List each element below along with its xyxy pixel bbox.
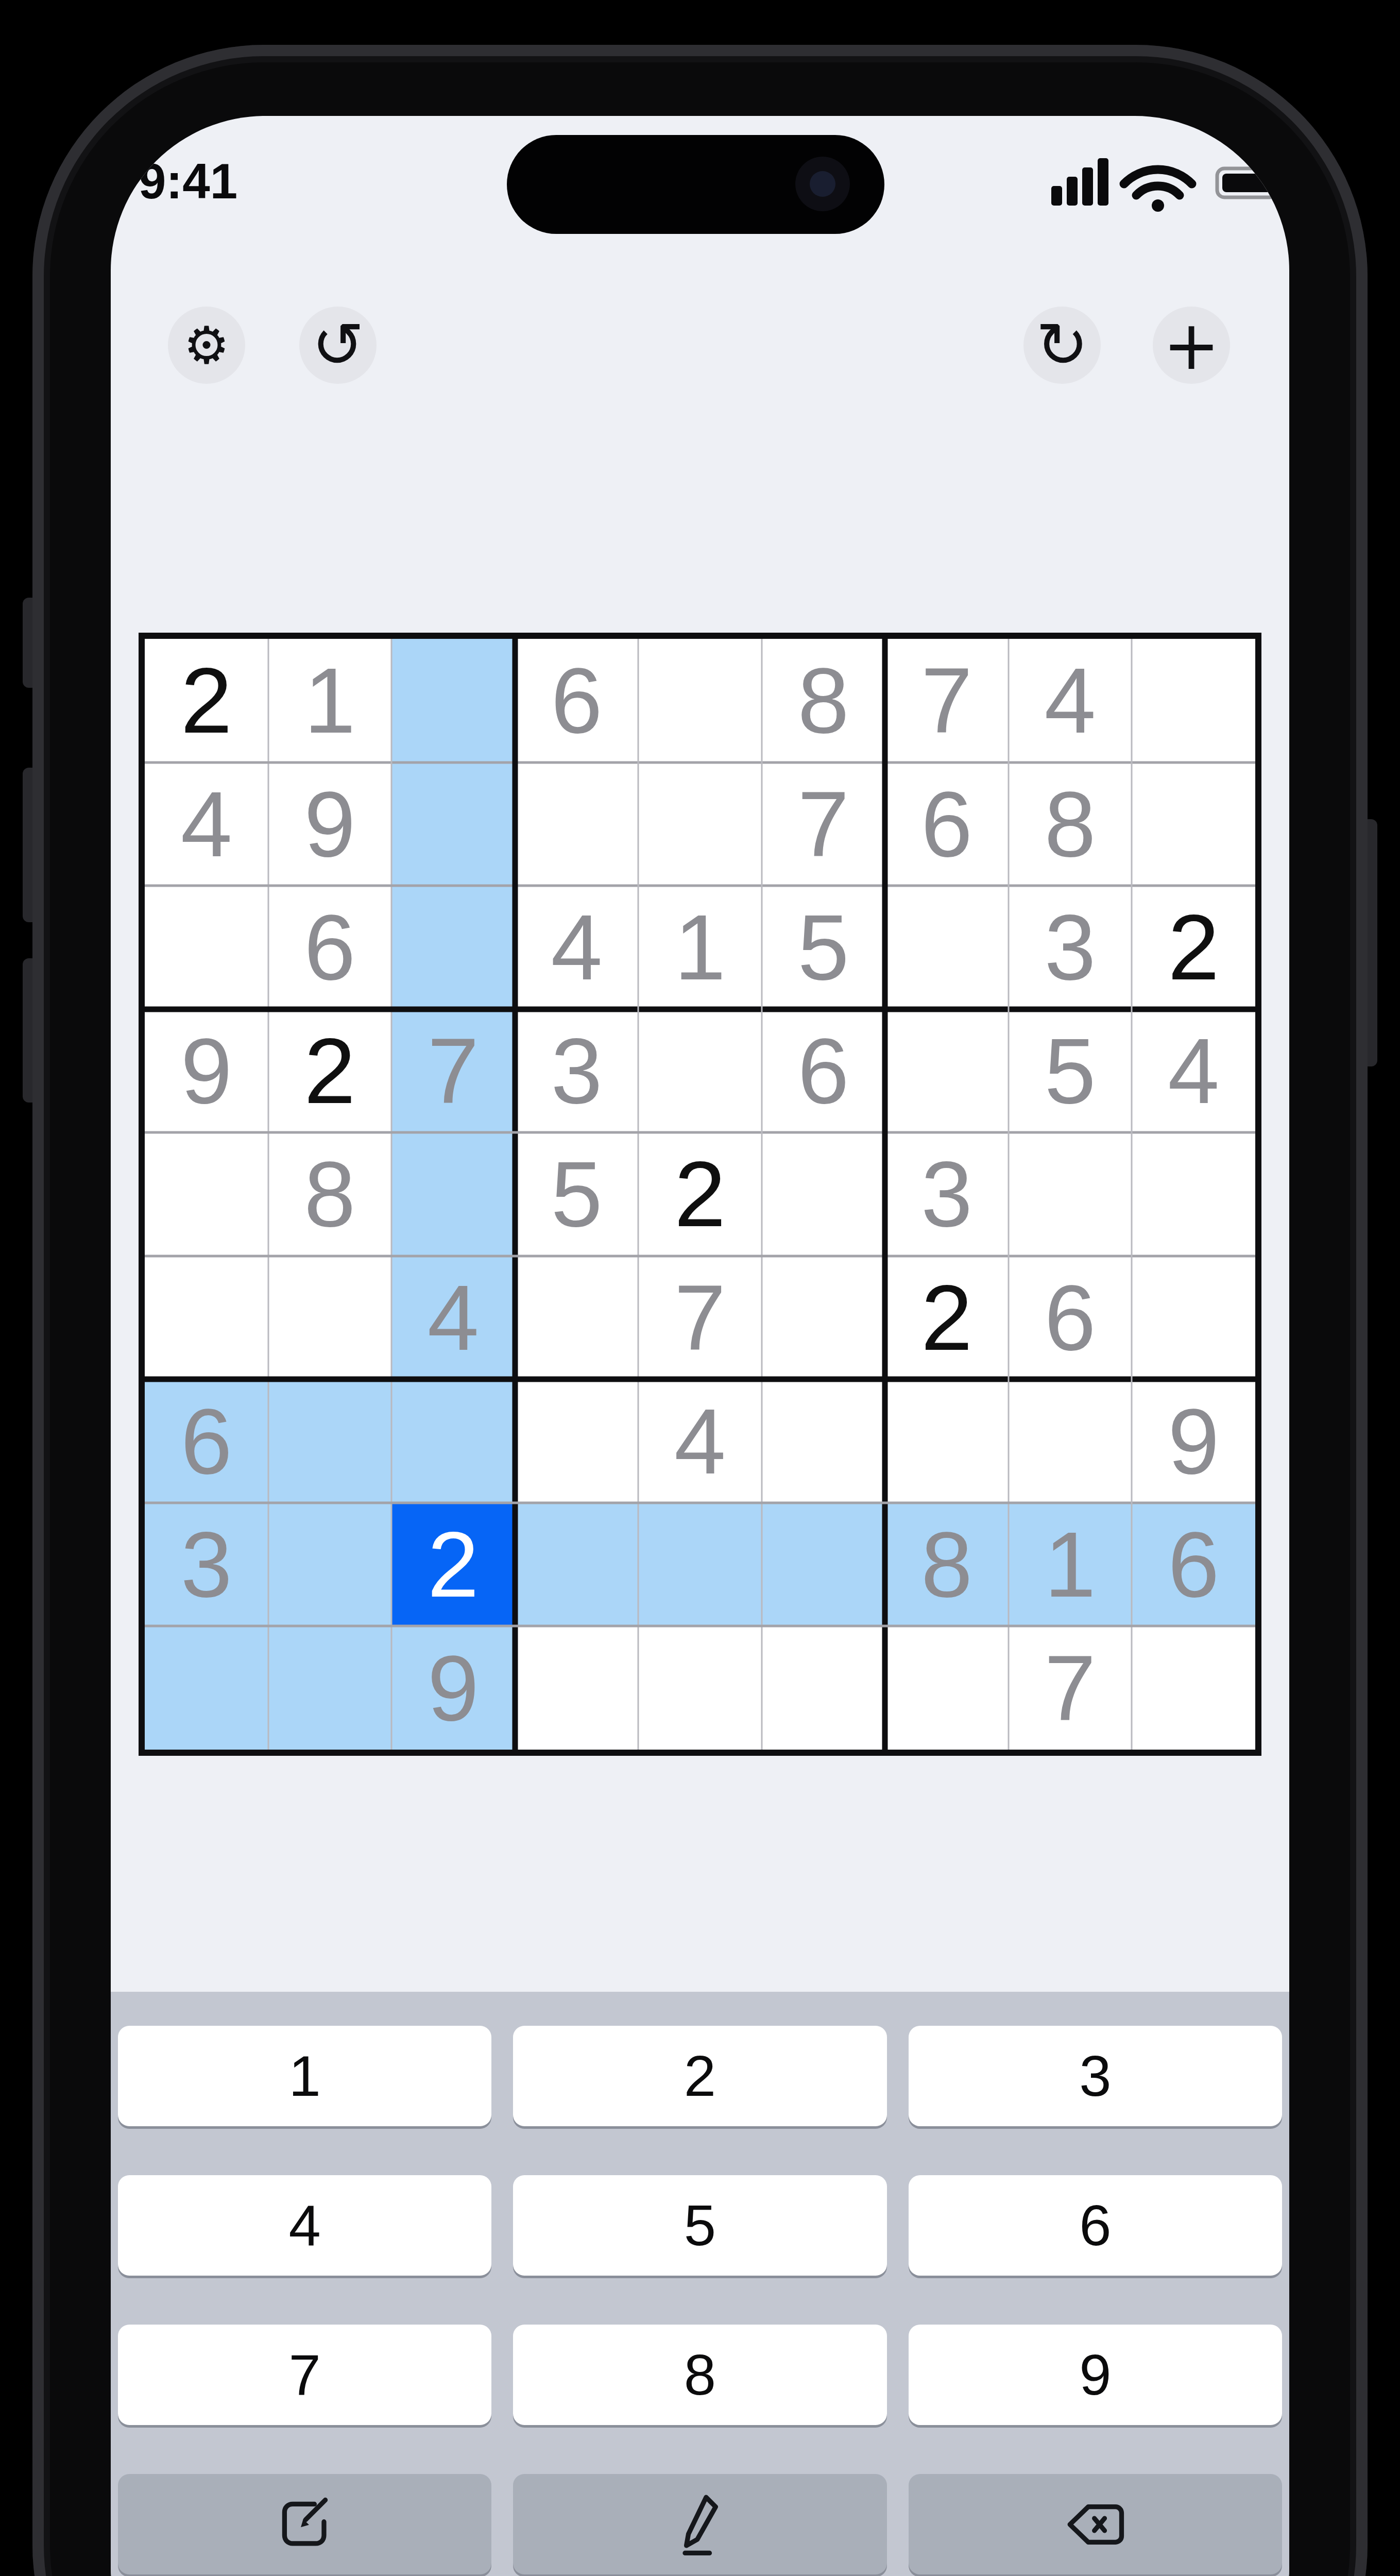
- cell-r7c3[interactable]: [391, 1379, 515, 1503]
- cell-r3c5[interactable]: 1: [638, 886, 762, 1009]
- cell-r2c7[interactable]: 6: [885, 762, 1009, 886]
- cell-r2c6[interactable]: 7: [762, 762, 885, 886]
- square-and-pencil-icon: [271, 2490, 339, 2558]
- cell-r7c1[interactable]: 6: [145, 1379, 268, 1503]
- cell-r4c4[interactable]: 3: [515, 1009, 639, 1133]
- key-9[interactable]: 9: [909, 2325, 1282, 2425]
- cell-r8c6[interactable]: [762, 1503, 885, 1626]
- keypad: 123456789: [111, 1992, 1289, 2576]
- settings-button[interactable]: ⚙︎: [168, 307, 245, 384]
- cell-r8c7[interactable]: 8: [885, 1503, 1009, 1626]
- cell-r8c5[interactable]: [638, 1503, 762, 1626]
- cell-r6c8[interactable]: 6: [1009, 1256, 1132, 1380]
- new-game-button[interactable]: +: [1153, 307, 1230, 384]
- cell-r4c1[interactable]: 9: [145, 1009, 268, 1133]
- cell-r5c8[interactable]: [1009, 1132, 1132, 1256]
- cell-r5c4[interactable]: 5: [515, 1132, 639, 1256]
- cell-r9c7[interactable]: [885, 1626, 1009, 1750]
- cell-r7c7[interactable]: [885, 1379, 1009, 1503]
- pencil-line-icon: [666, 2490, 734, 2558]
- cell-r7c9[interactable]: 9: [1132, 1379, 1255, 1503]
- screen: 9:41: [111, 116, 1289, 2576]
- cell-r5c1[interactable]: [145, 1132, 268, 1256]
- key-4[interactable]: 4: [118, 2175, 491, 2276]
- cell-r6c9[interactable]: [1132, 1256, 1255, 1380]
- cell-r9c6[interactable]: [762, 1626, 885, 1750]
- cell-r2c5[interactable]: [638, 762, 762, 886]
- cell-r1c4[interactable]: 6: [515, 639, 639, 762]
- cell-r3c3[interactable]: [391, 886, 515, 1009]
- cell-r8c8[interactable]: 1: [1009, 1503, 1132, 1626]
- redo-button[interactable]: ↻: [1023, 307, 1101, 384]
- cell-r1c7[interactable]: 7: [885, 639, 1009, 762]
- cell-r1c3[interactable]: [391, 639, 515, 762]
- cell-r1c5[interactable]: [638, 639, 762, 762]
- cell-r6c3[interactable]: 4: [391, 1256, 515, 1380]
- cell-r7c6[interactable]: [762, 1379, 885, 1503]
- cell-r5c3[interactable]: [391, 1132, 515, 1256]
- cell-r6c1[interactable]: [145, 1256, 268, 1380]
- status-time: 9:41: [131, 153, 245, 210]
- cell-r3c8[interactable]: 3: [1009, 886, 1132, 1009]
- cell-r9c5[interactable]: [638, 1626, 762, 1750]
- cell-r7c8[interactable]: [1009, 1379, 1132, 1503]
- cell-r9c1[interactable]: [145, 1626, 268, 1750]
- cell-r9c4[interactable]: [515, 1626, 639, 1750]
- cell-r2c2[interactable]: 9: [268, 762, 392, 886]
- cell-r8c9[interactable]: 6: [1132, 1503, 1255, 1626]
- cell-r1c9[interactable]: [1132, 639, 1255, 762]
- cell-r4c8[interactable]: 5: [1009, 1009, 1132, 1133]
- cell-r7c2[interactable]: [268, 1379, 392, 1503]
- cell-r3c1[interactable]: [145, 886, 268, 1009]
- cell-r6c6[interactable]: [762, 1256, 885, 1380]
- delete-left-icon: [1061, 2490, 1129, 2558]
- cell-r5c5[interactable]: 2: [638, 1132, 762, 1256]
- cell-r2c4[interactable]: [515, 762, 639, 886]
- cell-r3c7[interactable]: [885, 886, 1009, 1009]
- cell-r2c3[interactable]: [391, 762, 515, 886]
- cell-r4c7[interactable]: [885, 1009, 1009, 1133]
- key-5[interactable]: 5: [513, 2175, 886, 2276]
- cell-r6c4[interactable]: [515, 1256, 639, 1380]
- cell-r1c8[interactable]: 4: [1009, 639, 1132, 762]
- pen-key[interactable]: [513, 2474, 886, 2574]
- front-camera: [795, 157, 850, 211]
- cell-r4c9[interactable]: 4: [1132, 1009, 1255, 1133]
- battery-icon: [1217, 168, 1285, 197]
- phone-mockup: 9:41: [0, 0, 1400, 2576]
- cell-r2c9[interactable]: [1132, 762, 1255, 886]
- cell-r6c7[interactable]: 2: [885, 1256, 1009, 1380]
- cell-r7c4[interactable]: [515, 1379, 639, 1503]
- cell-r1c2[interactable]: 1: [268, 639, 392, 762]
- key-3[interactable]: 3: [909, 2026, 1282, 2126]
- status-icons: [1047, 152, 1289, 214]
- redo-icon: ↻: [1036, 309, 1088, 382]
- cell-r9c9[interactable]: [1132, 1626, 1255, 1750]
- cell-r9c3[interactable]: 9: [391, 1626, 515, 1750]
- sudoku-board: 2168744976864153292736548523472664932816…: [139, 633, 1261, 1756]
- cell-r4c5[interactable]: [638, 1009, 762, 1133]
- cell-r6c2[interactable]: [268, 1256, 392, 1380]
- cell-r7c5[interactable]: 4: [638, 1379, 762, 1503]
- undo-button[interactable]: ↺: [299, 307, 377, 384]
- notes-key[interactable]: [118, 2474, 491, 2574]
- cell-r3c4[interactable]: 4: [515, 886, 639, 1009]
- key-2[interactable]: 2: [513, 2026, 886, 2126]
- gear-icon: ⚙︎: [183, 315, 230, 376]
- cell-r3c2[interactable]: 6: [268, 886, 392, 1009]
- key-6[interactable]: 6: [909, 2175, 1282, 2276]
- cell-r5c2[interactable]: 8: [268, 1132, 392, 1256]
- cell-r5c6[interactable]: [762, 1132, 885, 1256]
- cell-r1c1[interactable]: 2: [145, 639, 268, 762]
- cell-r4c3[interactable]: 7: [391, 1009, 515, 1133]
- cell-r6c5[interactable]: 7: [638, 1256, 762, 1380]
- cell-r5c7[interactable]: 3: [885, 1132, 1009, 1256]
- cell-r4c2[interactable]: 2: [268, 1009, 392, 1133]
- phone-body: 9:41: [32, 45, 1368, 2576]
- undo-icon: ↺: [312, 309, 364, 382]
- cell-r8c3[interactable]: 2: [391, 1503, 515, 1626]
- key-7[interactable]: 7: [118, 2325, 491, 2425]
- cell-r8c1[interactable]: 3: [145, 1503, 268, 1626]
- delete-key[interactable]: [909, 2474, 1282, 2574]
- cell-r9c8[interactable]: 7: [1009, 1626, 1132, 1750]
- cell-r4c6[interactable]: 6: [762, 1009, 885, 1133]
- cell-r2c8[interactable]: 8: [1009, 762, 1132, 886]
- cell-r3c6[interactable]: 5: [762, 886, 885, 1009]
- wifi-icon: [1124, 170, 1192, 212]
- dynamic-island: [507, 135, 884, 234]
- cell-r8c4[interactable]: [515, 1503, 639, 1626]
- plus-icon: +: [1163, 306, 1220, 385]
- cell-r5c9[interactable]: [1132, 1132, 1255, 1256]
- cell-r2c1[interactable]: 4: [145, 762, 268, 886]
- cell-r1c6[interactable]: 8: [762, 639, 885, 762]
- cellular-signal-icon: [1051, 158, 1108, 206]
- key-1[interactable]: 1: [118, 2026, 491, 2126]
- cell-r9c2[interactable]: [268, 1626, 392, 1750]
- key-8[interactable]: 8: [513, 2325, 886, 2425]
- cell-r3c9[interactable]: 2: [1132, 886, 1255, 1009]
- cell-r8c2[interactable]: [268, 1503, 392, 1626]
